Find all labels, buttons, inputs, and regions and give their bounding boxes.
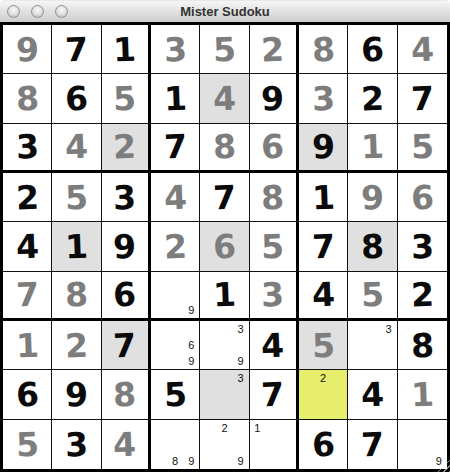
cell-r3c8[interactable]: 1 bbox=[348, 124, 397, 173]
cell-r1c5[interactable]: 5 bbox=[200, 25, 249, 74]
cell-digit: 1 bbox=[163, 82, 187, 116]
pencil-mark: 9 bbox=[233, 353, 249, 369]
cell-digit: 2 bbox=[261, 32, 285, 66]
cell-digit: 6 bbox=[360, 32, 384, 66]
pencil-mark: 1 bbox=[250, 420, 265, 436]
cell-digit: 5 bbox=[360, 278, 384, 312]
cell-r2c4[interactable]: 1 bbox=[151, 74, 200, 123]
cell-digit: 3 bbox=[163, 32, 187, 66]
cell-r7c1[interactable]: 1 bbox=[3, 321, 52, 370]
cell-r1c2[interactable]: 7 bbox=[52, 25, 101, 74]
cell-digit: 4 bbox=[261, 328, 285, 362]
cell-r1c3[interactable]: 1 bbox=[102, 25, 151, 74]
cell-r6c9[interactable]: 2 bbox=[398, 272, 447, 321]
cell-digit: 9 bbox=[113, 230, 137, 264]
cell-r8c8[interactable]: 4 bbox=[348, 370, 397, 419]
cell-r3c2[interactable]: 4 bbox=[52, 124, 101, 173]
cell-digit: 7 bbox=[15, 278, 39, 312]
cell-r1c9[interactable]: 4 bbox=[398, 25, 447, 74]
cell-r5c8[interactable]: 8 bbox=[348, 222, 397, 271]
cell-digit: 1 bbox=[64, 230, 88, 264]
cell-digit: 4 bbox=[163, 180, 187, 214]
cell-r2c5[interactable]: 4 bbox=[200, 74, 249, 123]
pencil-mark: 9 bbox=[183, 303, 199, 318]
cell-digit: 1 bbox=[311, 180, 335, 214]
cell-digit: 9 bbox=[311, 130, 335, 164]
pencil-mark: 9 bbox=[233, 453, 249, 469]
cell-r6c8[interactable]: 5 bbox=[348, 272, 397, 321]
cell-r4c1[interactable]: 2 bbox=[3, 173, 52, 222]
cell-digit: 9 bbox=[261, 82, 285, 116]
cell-r5c4[interactable]: 2 bbox=[151, 222, 200, 271]
cell-digit: 5 bbox=[410, 130, 434, 164]
cell-r8c4[interactable]: 5 bbox=[151, 370, 200, 419]
pencil-mark: 3 bbox=[233, 321, 249, 337]
cell-r9c4[interactable]: 89 bbox=[151, 420, 200, 469]
cell-r2c3[interactable]: 5 bbox=[102, 74, 151, 123]
cell-r8c3[interactable]: 8 bbox=[102, 370, 151, 419]
cell-digit: 7 bbox=[311, 230, 335, 264]
cell-digit: 6 bbox=[212, 230, 236, 264]
cell-digit: 1 bbox=[410, 378, 434, 412]
cell-digit: 5 bbox=[15, 427, 39, 461]
cell-digit: 2 bbox=[163, 230, 187, 264]
cell-r5c3[interactable]: 9 bbox=[102, 222, 151, 271]
pencil-mark: 9 bbox=[183, 453, 199, 469]
cell-r1c1[interactable]: 9 bbox=[3, 25, 52, 74]
cell-r4c9[interactable]: 6 bbox=[398, 173, 447, 222]
cell-r2c1[interactable]: 8 bbox=[3, 74, 52, 123]
cell-digit: 5 bbox=[212, 32, 236, 66]
cell-digit: 8 bbox=[311, 32, 335, 66]
cell-digit: 9 bbox=[64, 378, 88, 412]
cell-r8c6[interactable]: 7 bbox=[250, 370, 299, 419]
pencil-mark: 3 bbox=[381, 321, 397, 337]
cell-digit: 4 bbox=[113, 427, 137, 461]
cell-r3c9[interactable]: 5 bbox=[398, 124, 447, 173]
cell-r7c6[interactable]: 4 bbox=[250, 321, 299, 370]
cell-digit: 4 bbox=[212, 82, 236, 116]
cell-r4c3[interactable]: 3 bbox=[102, 173, 151, 222]
cell-digit: 2 bbox=[113, 130, 137, 164]
cell-digit: 4 bbox=[410, 32, 434, 66]
cell-r8c5[interactable]: 3 bbox=[200, 370, 249, 419]
cell-digit: 8 bbox=[261, 180, 285, 214]
cell-r4c2[interactable]: 5 bbox=[52, 173, 101, 222]
cell-digit: 6 bbox=[113, 278, 137, 312]
pencil-mark: 9 bbox=[183, 353, 199, 369]
cell-r3c5[interactable]: 8 bbox=[200, 124, 249, 173]
cell-r6c6[interactable]: 3 bbox=[250, 272, 299, 321]
cell-digit: 5 bbox=[64, 180, 88, 214]
cell-r6c2[interactable]: 8 bbox=[52, 272, 101, 321]
cell-r2c2[interactable]: 6 bbox=[52, 74, 101, 123]
cell-digit: 6 bbox=[261, 130, 285, 164]
cell-r9c5[interactable]: 29 bbox=[200, 420, 249, 469]
cell-r8c9[interactable]: 1 bbox=[398, 370, 447, 419]
cell-digit: 2 bbox=[64, 328, 88, 362]
cell-r9c9[interactable]: 9 bbox=[398, 420, 447, 469]
cell-r5c6[interactable]: 5 bbox=[250, 222, 299, 271]
cell-digit: 6 bbox=[311, 427, 335, 461]
cell-r3c6[interactable]: 6 bbox=[250, 124, 299, 173]
cell-r9c7[interactable]: 6 bbox=[299, 420, 348, 469]
cell-digit: 5 bbox=[261, 230, 285, 264]
cell-r9c3[interactable]: 4 bbox=[102, 420, 151, 469]
cell-r4c8[interactable]: 9 bbox=[348, 173, 397, 222]
cell-digit: 8 bbox=[360, 230, 384, 264]
cell-r4c5[interactable]: 7 bbox=[200, 173, 249, 222]
window-controls bbox=[7, 5, 68, 18]
cell-digit: 6 bbox=[410, 180, 434, 214]
cell-digit: 8 bbox=[15, 82, 39, 116]
cell-digit: 8 bbox=[113, 378, 137, 412]
cell-r4c6[interactable]: 8 bbox=[250, 173, 299, 222]
cell-digit: 3 bbox=[64, 427, 88, 461]
cell-digit: 1 bbox=[113, 32, 137, 66]
cell-digit: 2 bbox=[410, 278, 434, 312]
cell-digit: 1 bbox=[360, 130, 384, 164]
cell-r7c8[interactable]: 3 bbox=[348, 321, 397, 370]
sudoku-board: 9713528648651493273427869152534781964192… bbox=[0, 22, 450, 472]
cell-r7c3[interactable]: 7 bbox=[102, 321, 151, 370]
cell-r4c7[interactable]: 1 bbox=[299, 173, 348, 222]
cell-r6c3[interactable]: 6 bbox=[102, 272, 151, 321]
pencil-mark: 2 bbox=[315, 370, 331, 386]
cell-digit: 3 bbox=[410, 230, 434, 264]
cell-r7c2[interactable]: 2 bbox=[52, 321, 101, 370]
cell-r2c9[interactable]: 7 bbox=[398, 74, 447, 123]
cell-digit: 5 bbox=[113, 82, 137, 116]
cell-digit: 3 bbox=[311, 82, 335, 116]
cell-r3c4[interactable]: 7 bbox=[151, 124, 200, 173]
cell-r7c7[interactable]: 5 bbox=[299, 321, 348, 370]
cell-r5c5[interactable]: 6 bbox=[200, 222, 249, 271]
cell-r1c8[interactable]: 6 bbox=[348, 25, 397, 74]
cell-digit: 2 bbox=[360, 82, 384, 116]
pencil-mark: 8 bbox=[167, 453, 183, 469]
cell-digit: 8 bbox=[212, 130, 236, 164]
cell-digit: 4 bbox=[311, 278, 335, 312]
cell-digit: 4 bbox=[64, 130, 88, 164]
cell-digit: 3 bbox=[113, 180, 137, 214]
cell-digit: 9 bbox=[15, 32, 39, 66]
app-window: Mister Sudoku 97135286486514932734278691… bbox=[0, 0, 450, 472]
cell-r2c8[interactable]: 2 bbox=[348, 74, 397, 123]
cell-r5c1[interactable]: 4 bbox=[3, 222, 52, 271]
pencil-mark: 3 bbox=[233, 370, 249, 386]
cell-r7c4[interactable]: 69 bbox=[151, 321, 200, 370]
cell-r9c8[interactable]: 7 bbox=[348, 420, 397, 469]
cell-r8c7[interactable]: 2 bbox=[299, 370, 348, 419]
cell-r2c6[interactable]: 9 bbox=[250, 74, 299, 123]
zoom-button[interactable] bbox=[55, 5, 68, 18]
cell-digit: 4 bbox=[360, 378, 384, 412]
pencil-mark: 6 bbox=[183, 337, 199, 353]
cell-digit: 7 bbox=[64, 32, 88, 66]
cell-r2c7[interactable]: 3 bbox=[299, 74, 348, 123]
cell-r9c1[interactable]: 5 bbox=[3, 420, 52, 469]
cell-r1c6[interactable]: 2 bbox=[250, 25, 299, 74]
cell-r9c2[interactable]: 3 bbox=[52, 420, 101, 469]
cell-digit: 6 bbox=[64, 82, 88, 116]
cell-r3c3[interactable]: 2 bbox=[102, 124, 151, 173]
cell-digit: 7 bbox=[113, 328, 137, 362]
cell-r3c7[interactable]: 9 bbox=[299, 124, 348, 173]
cell-r8c2[interactable]: 9 bbox=[52, 370, 101, 419]
cell-digit: 4 bbox=[15, 230, 39, 264]
cell-digit: 7 bbox=[410, 82, 434, 116]
cell-digit: 3 bbox=[15, 130, 39, 164]
cell-r6c1[interactable]: 7 bbox=[3, 272, 52, 321]
cell-r6c4[interactable]: 9 bbox=[151, 272, 200, 321]
close-button[interactable] bbox=[7, 5, 20, 18]
cell-r8c1[interactable]: 6 bbox=[3, 370, 52, 419]
cell-r6c7[interactable]: 4 bbox=[299, 272, 348, 321]
cell-r6c5[interactable]: 1 bbox=[200, 272, 249, 321]
window-title: Mister Sudoku bbox=[180, 1, 270, 23]
cell-r5c7[interactable]: 7 bbox=[299, 222, 348, 271]
cell-digit: 9 bbox=[360, 180, 384, 214]
cell-r1c4[interactable]: 3 bbox=[151, 25, 200, 74]
cell-r1c7[interactable]: 8 bbox=[299, 25, 348, 74]
cell-r5c2[interactable]: 1 bbox=[52, 222, 101, 271]
cell-digit: 1 bbox=[15, 328, 39, 362]
pencil-mark: 2 bbox=[216, 420, 232, 436]
cell-digit: 8 bbox=[64, 278, 88, 312]
cell-digit: 5 bbox=[163, 378, 187, 412]
cell-r4c4[interactable]: 4 bbox=[151, 173, 200, 222]
cell-digit: 3 bbox=[261, 278, 285, 312]
cell-r3c1[interactable]: 3 bbox=[3, 124, 52, 173]
cell-digit: 7 bbox=[360, 427, 384, 461]
cell-r7c9[interactable]: 8 bbox=[398, 321, 447, 370]
title-bar[interactable]: Mister Sudoku bbox=[0, 0, 450, 22]
cell-r5c9[interactable]: 3 bbox=[398, 222, 447, 271]
cell-digit: 7 bbox=[163, 130, 187, 164]
cell-r7c5[interactable]: 39 bbox=[200, 321, 249, 370]
cell-digit: 7 bbox=[212, 180, 236, 214]
cell-digit: 2 bbox=[15, 180, 39, 214]
cell-digit: 8 bbox=[410, 328, 434, 362]
cell-r9c6[interactable]: 1 bbox=[250, 420, 299, 469]
cell-digit: 5 bbox=[311, 328, 335, 362]
cell-digit: 1 bbox=[212, 278, 236, 312]
cell-digit: 7 bbox=[261, 378, 285, 412]
cell-digit: 6 bbox=[15, 378, 39, 412]
minimize-button[interactable] bbox=[31, 5, 44, 18]
